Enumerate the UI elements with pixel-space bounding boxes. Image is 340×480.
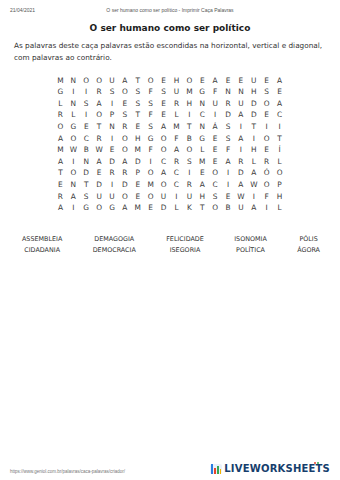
grid-cell-r2c7[interactable]: S: [131, 86, 144, 98]
grid-cell-r7c5[interactable]: E: [106, 144, 119, 156]
grid-cell-r4c5[interactable]: P: [106, 109, 119, 121]
grid-cell-r1c2[interactable]: N: [67, 74, 80, 86]
grid-cell-r1c4[interactable]: O: [93, 74, 106, 86]
grid-cell-r4c4[interactable]: O: [93, 109, 106, 121]
word-assembleia: ASSEMBLEIA: [22, 234, 62, 245]
grid-cell-r10c16[interactable]: W: [247, 179, 260, 191]
grid-cell-r4c15[interactable]: A: [234, 109, 247, 121]
grid-cell-r11c8[interactable]: O: [144, 190, 157, 202]
liveworksheets-wordmark: LIVEWORKSHEETS: [224, 463, 330, 474]
grid-cell-r7c10[interactable]: A: [170, 144, 183, 156]
grid-cell-r11c18[interactable]: H: [273, 190, 286, 202]
grid-cell-r12c4[interactable]: O: [93, 202, 106, 214]
grid-cell-r8c12[interactable]: M: [196, 156, 209, 168]
grid-cell-r5c14[interactable]: S: [222, 121, 235, 133]
grid-cell-r3c8[interactable]: S: [144, 98, 157, 110]
grid-cell-r11c9[interactable]: U: [157, 190, 170, 202]
grid-cell-r5c11[interactable]: T: [183, 121, 196, 133]
grid-cell-r8c6[interactable]: A: [118, 156, 131, 168]
word-list-column: ISONOMIAPOLÍTICA: [234, 234, 267, 256]
grid-cell-r12c7[interactable]: M: [131, 202, 144, 214]
grid-cell-r10c9[interactable]: O: [157, 179, 170, 191]
grid-cell-r9c2[interactable]: O: [67, 167, 80, 179]
grid-cell-r6c5[interactable]: I: [106, 132, 119, 144]
logo-bar-red: [214, 468, 216, 474]
grid-cell-r7c8[interactable]: F: [144, 144, 157, 156]
grid-cell-r6c15[interactable]: A: [234, 132, 247, 144]
grid-cell-r12c10[interactable]: L: [170, 202, 183, 214]
grid-cell-r10c11[interactable]: R: [183, 179, 196, 191]
grid-cell-r7c7[interactable]: M: [131, 144, 144, 156]
grid-cell-r5c18[interactable]: I: [273, 121, 286, 133]
grid-cell-r11c3[interactable]: S: [80, 190, 93, 202]
grid-cell-r11c4[interactable]: U: [93, 190, 106, 202]
grid-cell-r10c4[interactable]: D: [93, 179, 106, 191]
footer-url: https://www.geniol.com.br/palavras/caca-…: [10, 469, 125, 474]
grid-cell-r6c12[interactable]: G: [196, 132, 209, 144]
grid-cell-r3c11[interactable]: H: [183, 98, 196, 110]
grid-cell-r11c13[interactable]: S: [209, 190, 222, 202]
logo-bar-blue: [211, 464, 213, 474]
grid-cell-r2c11[interactable]: M: [183, 86, 196, 98]
liveworksheets-logo: LIVEWORKSHEETS: [210, 463, 330, 474]
grid-cell-r1c6[interactable]: A: [118, 74, 131, 86]
grid-cell-r6c10[interactable]: F: [170, 132, 183, 144]
grid-cell-r7c12[interactable]: L: [196, 144, 209, 156]
grid-cell-r4c3[interactable]: I: [80, 109, 93, 121]
grid-cell-r9c7[interactable]: P: [131, 167, 144, 179]
grid-cell-r9c17[interactable]: Ó: [260, 167, 273, 179]
grid-cell-r9c8[interactable]: O: [144, 167, 157, 179]
grid-cell-r9c3[interactable]: D: [80, 167, 93, 179]
grid-cell-r1c14[interactable]: E: [222, 74, 235, 86]
word-felicidade: FELICIDADE: [166, 234, 204, 245]
grid-cell-r3c10[interactable]: R: [170, 98, 183, 110]
grid-cell-r10c6[interactable]: D: [118, 179, 131, 191]
grid-cell-r11c6[interactable]: O: [118, 190, 131, 202]
grid-cell-r2c17[interactable]: S: [260, 86, 273, 98]
grid-cell-r5c10[interactable]: M: [170, 121, 183, 133]
grid-cell-r9c6[interactable]: R: [118, 167, 131, 179]
logo-bar-green: [217, 466, 219, 474]
grid-cell-r7c15[interactable]: I: [234, 144, 247, 156]
grid-cell-r9c12[interactable]: E: [196, 167, 209, 179]
grid-cell-r2c2[interactable]: I: [67, 86, 80, 98]
grid-cell-r4c13[interactable]: I: [209, 109, 222, 121]
grid-cell-r7c9[interactable]: O: [157, 144, 170, 156]
grid-cell-r10c18[interactable]: P: [273, 179, 286, 191]
grid-cell-r4c1[interactable]: R: [54, 109, 67, 121]
grid-cell-r11c2[interactable]: A: [67, 190, 80, 202]
grid-cell-r9c1[interactable]: T: [54, 167, 67, 179]
grid-cell-r11c1[interactable]: R: [54, 190, 67, 202]
grid-cell-r8c14[interactable]: A: [222, 156, 235, 168]
grid-cell-r6c7[interactable]: H: [131, 132, 144, 144]
grid-cell-r5c12[interactable]: N: [196, 121, 209, 133]
word-list-column: PÓLISÁGORA: [297, 234, 320, 256]
grid-cell-r6c2[interactable]: O: [67, 132, 80, 144]
grid-cell-r5c7[interactable]: E: [131, 121, 144, 133]
grid-cell-r12c6[interactable]: A: [118, 202, 131, 214]
grid-cell-r4c9[interactable]: E: [157, 109, 170, 121]
grid-cell-r12c2[interactable]: I: [67, 202, 80, 214]
grid-cell-r12c13[interactable]: O: [209, 202, 222, 214]
grid-cell-r9c18[interactable]: O: [273, 167, 286, 179]
grid-cell-r2c8[interactable]: F: [144, 86, 157, 98]
grid-cell-r9c16[interactable]: A: [247, 167, 260, 179]
grid-cell-r8c13[interactable]: E: [209, 156, 222, 168]
grid-cell-r6c6[interactable]: O: [118, 132, 131, 144]
grid-cell-r6c16[interactable]: I: [247, 132, 260, 144]
grid-cell-r9c4[interactable]: E: [93, 167, 106, 179]
grid-cell-r3c18[interactable]: A: [273, 98, 286, 110]
grid-cell-r5c2[interactable]: G: [67, 121, 80, 133]
grid-cell-r8c5[interactable]: D: [106, 156, 119, 168]
grid-cell-r9c9[interactable]: A: [157, 167, 170, 179]
grid-cell-r12c3[interactable]: G: [80, 202, 93, 214]
grid-cell-r12c15[interactable]: U: [234, 202, 247, 214]
grid-cell-r10c5[interactable]: I: [106, 179, 119, 191]
grid-cell-r4c7[interactable]: T: [131, 109, 144, 121]
grid-cell-r10c15[interactable]: A: [234, 179, 247, 191]
grid-cell-r11c14[interactable]: E: [222, 190, 235, 202]
grid-cell-r5c16[interactable]: T: [247, 121, 260, 133]
grid-cell-r7c18[interactable]: Í: [273, 144, 286, 156]
grid-cell-r10c7[interactable]: E: [131, 179, 144, 191]
grid-cell-r3c16[interactable]: D: [247, 98, 260, 110]
grid-cell-r10c12[interactable]: A: [196, 179, 209, 191]
grid-cell-r7c17[interactable]: E: [260, 144, 273, 156]
grid-cell-r8c15[interactable]: R: [234, 156, 247, 168]
grid-cell-r12c5[interactable]: G: [106, 202, 119, 214]
grid-cell-r3c9[interactable]: E: [157, 98, 170, 110]
grid-cell-r4c16[interactable]: D: [247, 109, 260, 121]
grid-cell-r2c16[interactable]: H: [247, 86, 260, 98]
grid-cell-r4c2[interactable]: L: [67, 109, 80, 121]
grid-cell-r7c6[interactable]: O: [118, 144, 131, 156]
instructions-text: As palavras deste caça palavras estão es…: [14, 40, 326, 63]
grid-cell-r9c10[interactable]: C: [170, 167, 183, 179]
grid-cell-r7c1[interactable]: M: [54, 144, 67, 156]
grid-cell-r2c15[interactable]: N: [234, 86, 247, 98]
grid-cell-r1c7[interactable]: T: [131, 74, 144, 86]
grid-cell-r12c1[interactable]: A: [54, 202, 67, 214]
grid-cell-r6c14[interactable]: S: [222, 132, 235, 144]
grid-cell-r3c12[interactable]: N: [196, 98, 209, 110]
grid-cell-r5c17[interactable]: I: [260, 121, 273, 133]
grid-cell-r4c8[interactable]: F: [144, 109, 157, 121]
grid-cell-r6c17[interactable]: O: [260, 132, 273, 144]
word-pólis: PÓLIS: [297, 234, 320, 245]
grid-cell-r12c17[interactable]: I: [260, 202, 273, 214]
grid-cell-r8c16[interactable]: L: [247, 156, 260, 168]
grid-cell-r5c5[interactable]: N: [106, 121, 119, 133]
grid-cell-r6c11[interactable]: B: [183, 132, 196, 144]
grid-cell-r2c1[interactable]: G: [54, 86, 67, 98]
grid-cell-r7c13[interactable]: E: [209, 144, 222, 156]
word-democracia: DEMOCRACIA: [93, 245, 136, 256]
grid-cell-r8c17[interactable]: R: [260, 156, 273, 168]
grid-cell-r12c18[interactable]: L: [273, 202, 286, 214]
grid-cell-r1c11[interactable]: O: [183, 74, 196, 86]
grid-cell-r2c18[interactable]: E: [273, 86, 286, 98]
grid-cell-r3c5[interactable]: I: [106, 98, 119, 110]
grid-cell-r11c7[interactable]: E: [131, 190, 144, 202]
grid-cell-r3c7[interactable]: S: [131, 98, 144, 110]
grid-cell-r12c12[interactable]: T: [196, 202, 209, 214]
grid-cell-r12c14[interactable]: B: [222, 202, 235, 214]
grid-cell-r8c7[interactable]: D: [131, 156, 144, 168]
grid-cell-r1c12[interactable]: E: [196, 74, 209, 86]
grid-cell-r2c13[interactable]: F: [209, 86, 222, 98]
grid-cell-r1c18[interactable]: A: [273, 74, 286, 86]
grid-cell-r6c4[interactable]: R: [93, 132, 106, 144]
grid-cell-r2c5[interactable]: S: [106, 86, 119, 98]
grid-cell-r10c10[interactable]: C: [170, 179, 183, 191]
grid-cell-r5c8[interactable]: S: [144, 121, 157, 133]
grid-cell-r3c15[interactable]: U: [234, 98, 247, 110]
grid-cell-r10c17[interactable]: O: [260, 179, 273, 191]
grid-cell-r10c8[interactable]: M: [144, 179, 157, 191]
grid-cell-r2c3[interactable]: I: [80, 86, 93, 98]
grid-cell-r5c15[interactable]: I: [234, 121, 247, 133]
grid-cell-r3c13[interactable]: U: [209, 98, 222, 110]
grid-cell-r10c3[interactable]: T: [80, 179, 93, 191]
grid-cell-r1c1[interactable]: M: [54, 74, 67, 86]
logo-dot-red: [314, 462, 316, 464]
grid-cell-r6c1[interactable]: A: [54, 132, 67, 144]
grid-cell-r9c15[interactable]: D: [234, 167, 247, 179]
grid-cell-r11c16[interactable]: I: [247, 190, 260, 202]
grid-cell-r6c13[interactable]: E: [209, 132, 222, 144]
grid-cell-r1c5[interactable]: U: [106, 74, 119, 86]
grid-cell-r3c2[interactable]: N: [67, 98, 80, 110]
grid-cell-r8c3[interactable]: N: [80, 156, 93, 168]
grid-cell-r5c13[interactable]: Á: [209, 121, 222, 133]
grid-cell-r3c6[interactable]: E: [118, 98, 131, 110]
grid-cell-r4c18[interactable]: C: [273, 109, 286, 121]
grid-cell-r1c10[interactable]: H: [170, 74, 183, 86]
grid-cell-r11c15[interactable]: W: [234, 190, 247, 202]
word-list-column: DEMAGOGIADEMOCRACIA: [93, 234, 136, 256]
grid-cell-r5c6[interactable]: R: [118, 121, 131, 133]
grid-cell-r2c9[interactable]: S: [157, 86, 170, 98]
grid-cell-r1c13[interactable]: A: [209, 74, 222, 86]
grid-cell-r7c2[interactable]: W: [67, 144, 80, 156]
grid-cell-r11c11[interactable]: U: [183, 190, 196, 202]
brand-label: LIVEWORKSHEETS: [224, 463, 330, 474]
liveworksheets-icon: [210, 464, 222, 474]
grid-cell-r6c18[interactable]: T: [273, 132, 286, 144]
word-ágora: ÁGORA: [297, 245, 320, 256]
word-isegoria: ISEGORIA: [166, 245, 204, 256]
grid-cell-r1c3[interactable]: O: [80, 74, 93, 86]
page-title: O ser humano como ser político: [0, 23, 340, 33]
grid-cell-r8c1[interactable]: A: [54, 156, 67, 168]
word-list-column: ASSEMBLEIACIDADANIA: [22, 234, 62, 256]
grid-cell-r4c14[interactable]: D: [222, 109, 235, 121]
grid-cell-r3c1[interactable]: L: [54, 98, 67, 110]
grid-cell-r2c4[interactable]: R: [93, 86, 106, 98]
grid-cell-r1c15[interactable]: E: [234, 74, 247, 86]
grid-cell-r7c3[interactable]: B: [80, 144, 93, 156]
grid-cell-r12c9[interactable]: D: [157, 202, 170, 214]
grid-cell-r4c11[interactable]: I: [183, 109, 196, 121]
grid-cell-r8c11[interactable]: S: [183, 156, 196, 168]
grid-cell-r8c4[interactable]: A: [93, 156, 106, 168]
grid-cell-r8c18[interactable]: L: [273, 156, 286, 168]
grid-cell-r1c16[interactable]: U: [247, 74, 260, 86]
grid-cell-r12c16[interactable]: A: [247, 202, 260, 214]
word-list-column: FELICIDADEISEGORIA: [166, 234, 204, 256]
grid-cell-r3c3[interactable]: S: [80, 98, 93, 110]
grid-cell-r11c17[interactable]: F: [260, 190, 273, 202]
grid-cell-r7c14[interactable]: F: [222, 144, 235, 156]
grid-cell-r6c9[interactable]: O: [157, 132, 170, 144]
grid-cell-r5c9[interactable]: A: [157, 121, 170, 133]
grid-cell-r8c10[interactable]: R: [170, 156, 183, 168]
grid-cell-r1c17[interactable]: E: [260, 74, 273, 86]
word-demagogia: DEMAGOGIA: [93, 234, 136, 245]
grid-cell-r3c14[interactable]: R: [222, 98, 235, 110]
grid-cell-r10c2[interactable]: N: [67, 179, 80, 191]
grid-cell-r8c2[interactable]: I: [67, 156, 80, 168]
header-doc-title: O ser humano como ser político - Imprimi…: [0, 7, 340, 13]
grid-cell-r4c10[interactable]: L: [170, 109, 183, 121]
grid-cell-r10c14[interactable]: I: [222, 179, 235, 191]
grid-cell-r4c12[interactable]: C: [196, 109, 209, 121]
grid-cell-r1c9[interactable]: E: [157, 74, 170, 86]
grid-cell-r5c4[interactable]: T: [93, 121, 106, 133]
grid-cell-r9c5[interactable]: R: [106, 167, 119, 179]
word-list: ASSEMBLEIACIDADANIADEMAGOGIADEMOCRACIAFE…: [22, 234, 320, 256]
grid-cell-r5c3[interactable]: E: [80, 121, 93, 133]
grid-cell-r2c12[interactable]: G: [196, 86, 209, 98]
grid-cell-r8c8[interactable]: I: [144, 156, 157, 168]
grid-cell-r6c3[interactable]: C: [80, 132, 93, 144]
grid-cell-r2c10[interactable]: U: [170, 86, 183, 98]
logo-dot-green: [317, 462, 319, 464]
print-footer: https://www.geniol.com.br/palavras/caca-…: [0, 463, 340, 474]
print-header: 21/04/2021 O ser humano como ser polític…: [0, 0, 340, 15]
word-grid: MNOOUATOEHOEAEEUEAGIIRSOSFSUMGFNNHSELNSA…: [0, 74, 340, 213]
word-isonomia: ISONOMIA: [234, 234, 267, 245]
grid-cell-r5c1[interactable]: O: [54, 121, 67, 133]
grid-cell-r10c13[interactable]: C: [209, 179, 222, 191]
grid-cell-r7c16[interactable]: H: [247, 144, 260, 156]
grid-cell-r7c4[interactable]: W: [93, 144, 106, 156]
logo-bar-yellow: [220, 469, 222, 474]
grid-cell-r3c4[interactable]: A: [93, 98, 106, 110]
grid-cell-r12c11[interactable]: K: [183, 202, 196, 214]
grid-cell-r6c8[interactable]: G: [144, 132, 157, 144]
grid-cell-r4c17[interactable]: E: [260, 109, 273, 121]
grid-cell-r11c10[interactable]: I: [170, 190, 183, 202]
grid-cell-r1c8[interactable]: O: [144, 74, 157, 86]
grid-cell-r2c6[interactable]: O: [118, 86, 131, 98]
word-cidadania: CIDADANIA: [22, 245, 62, 256]
grid-cell-r7c11[interactable]: O: [183, 144, 196, 156]
grid-cell-r9c14[interactable]: I: [222, 167, 235, 179]
word-política: POLÍTICA: [234, 245, 267, 256]
grid-cell-r9c13[interactable]: O: [209, 167, 222, 179]
grid-cell-r8c9[interactable]: C: [157, 156, 170, 168]
grid-cell-r12c8[interactable]: E: [144, 202, 157, 214]
grid-cell-r9c11[interactable]: I: [183, 167, 196, 179]
grid-cell-r11c12[interactable]: H: [196, 190, 209, 202]
grid-cell-r10c1[interactable]: E: [54, 179, 67, 191]
header-date: 21/04/2021: [10, 7, 35, 13]
grid-cell-r11c5[interactable]: U: [106, 190, 119, 202]
grid-cell-r3c17[interactable]: O: [260, 98, 273, 110]
grid-cell-r4c6[interactable]: S: [118, 109, 131, 121]
grid-cell-r2c14[interactable]: N: [222, 86, 235, 98]
